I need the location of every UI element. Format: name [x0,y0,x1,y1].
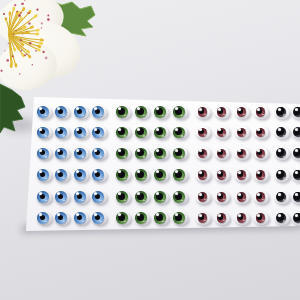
eye-sticker [291,147,300,160]
eye-glint [82,178,84,180]
eye-iris [276,127,286,137]
eye-iris [198,170,208,180]
eye-glint [82,221,84,223]
eye-glint [262,220,264,222]
eye-sticker [234,106,250,119]
eye-glint [100,200,102,202]
eye-glint [45,200,47,202]
eye-glint [223,199,225,201]
eye-iris [154,106,166,118]
eye-iris [135,148,147,160]
eye-iris [92,169,104,181]
eye-glint [82,156,84,158]
eye-iris [55,148,67,160]
eye-sticker [274,106,290,119]
eye-iris [154,148,166,160]
eye-highlight [238,171,241,174]
eye-highlight [257,193,260,196]
eye-glint [162,200,164,202]
eye-glint [283,156,285,158]
eye-glint [223,155,225,157]
eye-highlight [278,193,281,196]
eye-sticker [36,147,52,160]
eye-iris [55,212,67,224]
eye-iris [256,149,266,159]
eye-glint [243,155,245,157]
eye-sticker [253,147,269,160]
eye-highlight [156,128,159,131]
eye-glint [204,134,206,136]
eye-glint [63,178,65,180]
eye-iris [198,192,208,202]
eye-sticker [253,126,269,139]
eye-sticker [253,169,269,182]
eye-sticker [91,191,107,204]
eye-sticker [253,191,269,204]
eye-sticker [73,147,89,160]
eye-iris [276,213,286,223]
eye-sticker [73,169,89,182]
eye-iris [293,192,300,202]
eye-highlight [218,171,221,174]
eye-iris [55,191,67,203]
eye-glint [45,178,47,180]
eye-sticker [91,212,107,225]
eye-sticker [195,212,211,225]
eye-highlight [175,149,178,152]
eye-sticker [91,169,107,182]
eye-glint [243,114,245,116]
eye-sticker [214,212,230,225]
eye-sticker [134,126,150,139]
eye-iris [256,128,266,138]
eye-glint [223,177,225,179]
eye-sticker [195,126,211,139]
eye-sticker [54,147,70,160]
eye-glint [283,114,285,116]
eye-sticker [195,106,211,119]
eye-glint [124,221,126,223]
eye-sticker [195,191,211,204]
eye-glint [262,155,264,157]
eye-iris [173,127,185,139]
eye-sticker [274,169,290,182]
eye-sticker [172,126,188,139]
eye-iris [116,169,128,181]
eye-glint [204,177,206,179]
eye-highlight [278,171,281,174]
eye-iris [217,128,227,138]
eye-iris [74,212,86,224]
eye-highlight [175,128,178,131]
eye-sticker [36,212,52,225]
eye-highlight [156,149,159,152]
eye-highlight [295,171,298,174]
eye-iris [116,148,128,160]
eye-iris [237,149,247,159]
eye-glint [181,178,183,180]
eye-glint [283,135,285,137]
eye-iris [37,148,49,160]
eye-sticker [73,191,89,204]
eye-iris [37,212,49,224]
eye-sticker [172,191,188,204]
eye-iris [256,213,266,223]
eye-iris [173,106,185,118]
eye-glint [181,156,183,158]
eye-iris [135,212,147,224]
eye-iris [256,170,266,180]
eye-iris [37,191,49,203]
eye-sticker [153,169,169,182]
hellebore-flower [0,0,122,142]
eye-iris [198,149,208,159]
eye-glint [283,177,285,179]
eye-iris [198,128,208,138]
eye-sticker [274,191,290,204]
eye-sticker [153,212,169,225]
eye-glint [143,178,145,180]
eye-glint [162,221,164,223]
eye-iris [198,107,208,117]
eye-sticker [115,191,131,204]
eye-highlight [218,214,221,217]
eye-highlight [39,149,42,152]
eye-sticker [172,147,188,160]
eye-sticker [291,126,300,139]
eye-glint [223,134,225,136]
eye-highlight [257,108,260,111]
eye-iris [37,169,49,181]
eye-highlight [199,108,202,111]
eye-glint [162,156,164,158]
eye-iris [116,191,128,203]
eye-glint [162,135,164,137]
eye-glint [45,156,47,158]
eye-sticker [36,191,52,204]
eye-glint [262,134,264,136]
eye-highlight [257,214,260,217]
eye-sticker [153,191,169,204]
eye-sticker [234,191,250,204]
eye-highlight [199,214,202,217]
eye-iris [74,191,86,203]
eye-iris [154,169,166,181]
eye-sticker [291,212,300,225]
eye-highlight [137,149,140,152]
eye-glint [204,220,206,222]
eye-glint [143,221,145,223]
eye-sticker [153,147,169,160]
eye-sticker [291,191,300,204]
eye-sticker [195,147,211,160]
eye-glint [45,221,47,223]
eye-iris [237,192,247,202]
eye-sticker [172,106,188,119]
eye-iris [116,212,128,224]
eye-iris [217,170,227,180]
eye-sticker [234,147,250,160]
eye-highlight [94,149,97,152]
eye-glint [283,199,285,201]
eye-iris [92,191,104,203]
eye-glint [63,156,65,158]
eye-iris [276,192,286,202]
eye-glint [262,114,264,116]
eye-glint [100,156,102,158]
eye-iris [293,213,300,223]
eye-sticker [195,169,211,182]
eye-glint [100,178,102,180]
eye-glint [283,220,285,222]
eye-iris [135,169,147,181]
eye-glint [181,135,183,137]
eye-sticker [134,169,150,182]
eye-glint [124,178,126,180]
eye-iris [135,127,147,139]
eye-glint [243,134,245,136]
eye-glint [82,200,84,202]
eye-glint [243,177,245,179]
eye-iris [55,169,67,181]
eye-glint [143,200,145,202]
eye-sticker [214,106,230,119]
eye-highlight [218,193,221,196]
eye-sticker [291,106,300,119]
eye-glint [124,156,126,158]
photo-scene [0,0,300,300]
eye-glint [162,178,164,180]
eye-glint [243,199,245,201]
eye-highlight [257,171,260,174]
eye-sticker [54,212,70,225]
eye-glint [223,114,225,116]
eye-sticker [214,126,230,139]
eye-glint [204,199,206,201]
eye-sticker [274,147,290,160]
eye-sticker [234,169,250,182]
eye-sticker [253,106,269,119]
eye-iris [135,191,147,203]
eye-sticker [153,106,169,119]
eye-highlight [295,108,298,111]
eye-iris [154,212,166,224]
eye-sticker [115,147,131,160]
eye-sticker [291,169,300,182]
eye-sticker [91,147,107,160]
eye-iris [237,170,247,180]
eye-iris [293,127,300,137]
eye-sticker [274,126,290,139]
eye-glint [181,115,183,117]
eye-sticker [134,212,150,225]
eye-glint [262,199,264,201]
eye-iris [198,213,208,223]
eye-glint [223,220,225,222]
eye-sticker [214,147,230,160]
eye-iris [276,148,286,158]
eye-glint [181,221,183,223]
eye-sticker [253,212,269,225]
eye-sticker [54,169,70,182]
eye-iris [74,148,86,160]
eye-iris [173,148,185,160]
eye-highlight [199,193,202,196]
eye-sticker [115,169,131,182]
eye-iris [237,128,247,138]
eye-iris [154,191,166,203]
eye-highlight [238,193,241,196]
eye-highlight [57,149,60,152]
eye-sticker [234,212,250,225]
eye-sticker [274,212,290,225]
eye-highlight [76,149,79,152]
eye-sticker [153,126,169,139]
eye-iris [256,107,266,117]
eye-highlight [118,149,121,152]
eye-glint [181,200,183,202]
eye-glint [143,135,145,137]
eye-iris [173,169,185,181]
eye-highlight [238,108,241,111]
eye-sticker [172,169,188,182]
eye-iris [217,192,227,202]
eye-sticker [115,212,131,225]
eye-glint [63,200,65,202]
eye-iris [217,213,227,223]
eye-sticker [134,191,150,204]
eye-iris [237,107,247,117]
eye-highlight [199,171,202,174]
eye-glint [204,114,206,116]
eye-sticker [134,106,150,119]
eye-iris [74,169,86,181]
eye-sticker [73,212,89,225]
eye-iris [256,192,266,202]
eye-glint [204,155,206,157]
eye-glint [143,115,145,117]
eye-highlight [218,108,221,111]
eye-iris [173,212,185,224]
eye-iris [154,127,166,139]
eye-glint [100,221,102,223]
eye-iris [92,212,104,224]
eye-sticker [234,126,250,139]
eye-highlight [238,214,241,217]
eye-glint [124,200,126,202]
eye-iris [276,107,286,117]
eye-glint [63,221,65,223]
eye-iris [173,191,185,203]
eye-iris [293,148,300,158]
eye-iris [293,107,300,117]
eye-highlight [295,214,298,217]
eye-glint [243,220,245,222]
eye-sticker [54,191,70,204]
eye-sticker [214,191,230,204]
eye-sticker [134,147,150,160]
eye-highlight [278,108,281,111]
eye-glint [262,177,264,179]
eye-iris [237,213,247,223]
eye-highlight [295,193,298,196]
eye-iris [276,170,286,180]
eye-sticker [172,212,188,225]
eye-iris [217,107,227,117]
eye-iris [92,148,104,160]
eye-iris [135,106,147,118]
eye-glint [162,115,164,117]
eye-glint [143,156,145,158]
eye-highlight [137,128,140,131]
eye-sticker [36,169,52,182]
eye-highlight [278,214,281,217]
eye-iris [217,149,227,159]
eye-sticker [214,169,230,182]
eye-glint [124,135,126,137]
eye-glint [124,115,126,117]
eye-iris [293,170,300,180]
